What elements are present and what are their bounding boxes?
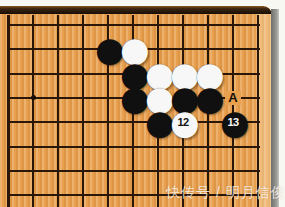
grid-vertical-line (7, 15, 10, 207)
page: ●●●●●●●●●●●●12●13A 快传号 / 明月信俊 (0, 0, 285, 207)
black-stone[interactable]: ● (145, 109, 171, 135)
black-stone[interactable]: ●13 (220, 109, 246, 135)
move-number-12: 12 (170, 109, 196, 135)
grid-vertical-line (57, 15, 59, 207)
black-stone[interactable]: ● (95, 36, 121, 62)
watermark-text: 快传号 / 明月信俊 (166, 184, 285, 202)
move-number-13: 13 (220, 109, 246, 135)
star-point (31, 95, 36, 100)
board-right-shadow (271, 9, 279, 207)
grid-horizontal-line (7, 24, 260, 26)
go-board[interactable]: ●●●●●●●●●●●●12●13A (0, 6, 272, 207)
grid-vertical-line (257, 15, 259, 207)
grid-horizontal-line (7, 146, 260, 148)
white-stone[interactable]: ●12 (170, 109, 196, 135)
point-label-A: A (225, 91, 241, 105)
grid-vertical-line (32, 15, 34, 207)
grid-vertical-line (82, 15, 84, 207)
board-top-edge-band (0, 6, 272, 14)
black-stone[interactable]: ● (120, 85, 146, 111)
grid-horizontal-line (7, 170, 260, 172)
